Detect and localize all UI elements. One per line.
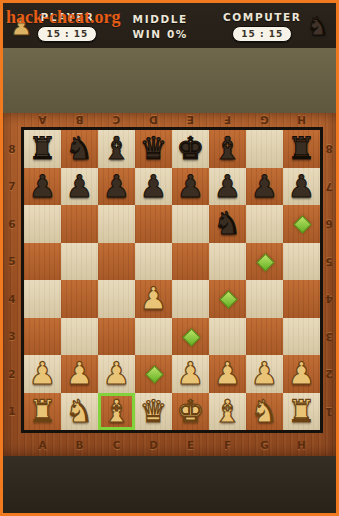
file-label-bottom: C bbox=[98, 433, 135, 456]
square-f2[interactable]: ♟ bbox=[209, 355, 246, 393]
black-pawn: ♟ bbox=[177, 171, 205, 202]
move-hint-diamond bbox=[182, 328, 200, 346]
square-f5[interactable] bbox=[209, 243, 246, 281]
square-b6[interactable] bbox=[61, 205, 98, 243]
black-bishop: ♝ bbox=[214, 133, 242, 164]
square-f3[interactable] bbox=[209, 318, 246, 356]
rank-label-left: 7 bbox=[3, 168, 21, 206]
square-g5[interactable] bbox=[246, 243, 283, 281]
black-pawn: ♟ bbox=[214, 171, 242, 202]
win-rate-label: WIN 0% bbox=[133, 28, 188, 40]
square-e6[interactable] bbox=[172, 205, 209, 243]
black-king: ♚ bbox=[177, 133, 205, 164]
black-knight: ♞ bbox=[66, 133, 94, 164]
black-knight-icon: ♞ bbox=[307, 14, 329, 39]
file-label-top: B bbox=[61, 113, 98, 127]
white-queen: ♛ bbox=[140, 396, 168, 427]
square-d2[interactable] bbox=[135, 355, 172, 393]
square-d8[interactable]: ♛ bbox=[135, 130, 172, 168]
rank-label-right: 1 bbox=[322, 393, 336, 431]
white-bishop: ♝ bbox=[103, 396, 131, 427]
square-c8[interactable]: ♝ bbox=[98, 130, 135, 168]
file-label-bottom: B bbox=[61, 433, 98, 456]
square-c3[interactable] bbox=[98, 318, 135, 356]
difficulty-label: MIDDLE bbox=[133, 13, 188, 25]
square-e8[interactable]: ♚ bbox=[172, 130, 209, 168]
white-rook: ♜ bbox=[288, 396, 316, 427]
computer-timer: 15 : 15 bbox=[232, 26, 292, 42]
white-king: ♚ bbox=[177, 396, 205, 427]
square-b5[interactable] bbox=[61, 243, 98, 281]
square-a2[interactable]: ♟ bbox=[24, 355, 61, 393]
square-f4[interactable] bbox=[209, 280, 246, 318]
file-label-top: G bbox=[246, 113, 283, 127]
black-pawn: ♟ bbox=[29, 171, 57, 202]
square-a7[interactable]: ♟ bbox=[24, 168, 61, 206]
move-hint-diamond bbox=[219, 291, 237, 309]
white-pawn: ♟ bbox=[66, 358, 94, 389]
square-g6[interactable] bbox=[246, 205, 283, 243]
white-pawn: ♟ bbox=[177, 358, 205, 389]
square-a3[interactable] bbox=[24, 318, 61, 356]
square-a1[interactable]: ♜ bbox=[24, 393, 61, 431]
file-label-bottom: F bbox=[209, 433, 246, 456]
rank-label-left: 3 bbox=[3, 318, 21, 356]
white-pawn: ♟ bbox=[214, 358, 242, 389]
black-queen: ♛ bbox=[140, 133, 168, 164]
square-g1[interactable]: ♞ bbox=[246, 393, 283, 431]
rank-label-right: 7 bbox=[322, 168, 336, 206]
square-d7[interactable]: ♟ bbox=[135, 168, 172, 206]
black-knight: ♞ bbox=[214, 208, 242, 239]
square-a8[interactable]: ♜ bbox=[24, 130, 61, 168]
white-pawn: ♟ bbox=[140, 283, 168, 314]
square-h2[interactable]: ♟ bbox=[283, 355, 320, 393]
file-label-bottom: A bbox=[24, 433, 61, 456]
file-label-bottom: G bbox=[246, 433, 283, 456]
rank-label-left: 5 bbox=[3, 243, 21, 281]
rank-label-left: 8 bbox=[3, 130, 21, 168]
white-pawn: ♟ bbox=[251, 358, 279, 389]
file-label-top: E bbox=[172, 113, 209, 127]
app-window: hack-cheat.org ♟ PLAYER 15 : 15 MIDDLE W… bbox=[0, 0, 339, 516]
rank-label-right: 8 bbox=[322, 130, 336, 168]
square-f6[interactable]: ♞ bbox=[209, 205, 246, 243]
square-c2[interactable]: ♟ bbox=[98, 355, 135, 393]
black-pawn: ♟ bbox=[288, 171, 316, 202]
square-a5[interactable] bbox=[24, 243, 61, 281]
files-top: ABCDEFGH bbox=[24, 113, 320, 127]
square-d1[interactable]: ♛ bbox=[135, 393, 172, 431]
rank-label-left: 2 bbox=[3, 355, 21, 393]
square-f8[interactable]: ♝ bbox=[209, 130, 246, 168]
square-a6[interactable] bbox=[24, 205, 61, 243]
square-a4[interactable] bbox=[24, 280, 61, 318]
black-pawn: ♟ bbox=[103, 171, 131, 202]
square-h1[interactable]: ♜ bbox=[283, 393, 320, 431]
square-b3[interactable] bbox=[61, 318, 98, 356]
file-label-top: A bbox=[24, 113, 61, 127]
ranks-right: 87654321 bbox=[322, 130, 336, 430]
square-d3[interactable] bbox=[135, 318, 172, 356]
square-b1[interactable]: ♞ bbox=[61, 393, 98, 431]
file-label-bottom: D bbox=[135, 433, 172, 456]
rank-label-right: 5 bbox=[322, 243, 336, 281]
board-frame: ABCDEFGH 87654321 87654321 ABCDEFGH ♜♞♝♛… bbox=[3, 113, 336, 456]
white-pawn: ♟ bbox=[29, 358, 57, 389]
square-g7[interactable]: ♟ bbox=[246, 168, 283, 206]
black-pawn: ♟ bbox=[66, 171, 94, 202]
file-label-top: H bbox=[283, 113, 320, 127]
watermark-text: hack-cheat.org bbox=[6, 7, 120, 28]
file-label-top: F bbox=[209, 113, 246, 127]
rank-label-right: 3 bbox=[322, 318, 336, 356]
move-hint-diamond bbox=[256, 253, 274, 271]
black-rook: ♜ bbox=[29, 133, 57, 164]
square-c6[interactable] bbox=[98, 205, 135, 243]
square-e2[interactable]: ♟ bbox=[172, 355, 209, 393]
square-g4[interactable] bbox=[246, 280, 283, 318]
rank-label-left: 1 bbox=[3, 393, 21, 431]
rank-label-right: 2 bbox=[322, 355, 336, 393]
computer-label: COMPUTER bbox=[223, 11, 302, 23]
rank-label-left: 6 bbox=[3, 205, 21, 243]
square-f1[interactable]: ♝ bbox=[209, 393, 246, 431]
square-g3[interactable] bbox=[246, 318, 283, 356]
square-c4[interactable] bbox=[98, 280, 135, 318]
white-bishop: ♝ bbox=[214, 396, 242, 427]
status-panel: MIDDLE WIN 0% bbox=[133, 13, 188, 40]
background-upper bbox=[3, 48, 336, 113]
ranks-left: 87654321 bbox=[3, 130, 21, 430]
move-hint-diamond bbox=[293, 216, 311, 234]
board: ♜♞♝♛♚♝♜♟♟♟♟♟♟♟♟♞♟♟♟♟♟♟♟♟♜♞♝♛♚♝♞♜ bbox=[21, 127, 323, 433]
rank-label-right: 4 bbox=[322, 280, 336, 318]
files-bottom: ABCDEFGH bbox=[24, 433, 320, 456]
square-h5[interactable] bbox=[283, 243, 320, 281]
file-label-top: D bbox=[135, 113, 172, 127]
square-e4[interactable] bbox=[172, 280, 209, 318]
background-lower bbox=[3, 456, 336, 513]
black-pawn: ♟ bbox=[251, 171, 279, 202]
square-d6[interactable] bbox=[135, 205, 172, 243]
square-h3[interactable] bbox=[283, 318, 320, 356]
square-e3[interactable] bbox=[172, 318, 209, 356]
white-pawn: ♟ bbox=[288, 358, 316, 389]
square-h7[interactable]: ♟ bbox=[283, 168, 320, 206]
square-c1[interactable]: ♝ bbox=[98, 393, 135, 431]
square-h6[interactable] bbox=[283, 205, 320, 243]
square-g2[interactable]: ♟ bbox=[246, 355, 283, 393]
file-label-bottom: E bbox=[172, 433, 209, 456]
rank-label-right: 6 bbox=[322, 205, 336, 243]
white-knight: ♞ bbox=[66, 396, 94, 427]
square-c5[interactable] bbox=[98, 243, 135, 281]
square-h4[interactable] bbox=[283, 280, 320, 318]
square-e7[interactable]: ♟ bbox=[172, 168, 209, 206]
square-e1[interactable]: ♚ bbox=[172, 393, 209, 431]
square-b4[interactable] bbox=[61, 280, 98, 318]
square-h8[interactable]: ♜ bbox=[283, 130, 320, 168]
white-rook: ♜ bbox=[29, 396, 57, 427]
square-b8[interactable]: ♞ bbox=[61, 130, 98, 168]
black-bishop: ♝ bbox=[103, 133, 131, 164]
square-g8[interactable] bbox=[246, 130, 283, 168]
file-label-bottom: H bbox=[283, 433, 320, 456]
white-pawn: ♟ bbox=[103, 358, 131, 389]
square-e5[interactable] bbox=[172, 243, 209, 281]
square-d5[interactable] bbox=[135, 243, 172, 281]
computer-panel: COMPUTER 15 : 15 ♞ bbox=[223, 11, 329, 42]
white-knight: ♞ bbox=[251, 396, 279, 427]
black-rook: ♜ bbox=[288, 133, 316, 164]
square-b2[interactable]: ♟ bbox=[61, 355, 98, 393]
square-b7[interactable]: ♟ bbox=[61, 168, 98, 206]
square-f7[interactable]: ♟ bbox=[209, 168, 246, 206]
move-hint-diamond bbox=[145, 366, 163, 384]
square-d4[interactable]: ♟ bbox=[135, 280, 172, 318]
file-label-top: C bbox=[98, 113, 135, 127]
black-pawn: ♟ bbox=[140, 171, 168, 202]
square-c7[interactable]: ♟ bbox=[98, 168, 135, 206]
rank-label-left: 4 bbox=[3, 280, 21, 318]
